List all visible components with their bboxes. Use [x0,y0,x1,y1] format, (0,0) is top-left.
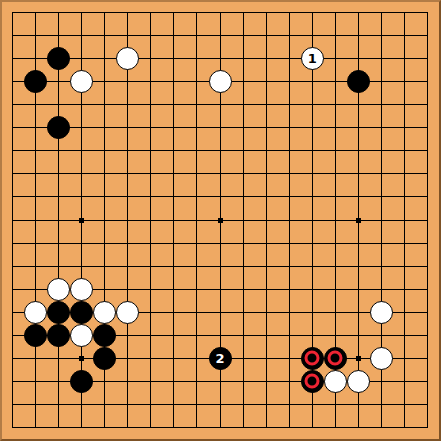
grid-line-vertical [427,12,428,428]
circle-mark [305,374,320,389]
grid-line-horizontal [12,243,428,244]
grid-line-vertical [404,12,405,428]
white-stone [324,370,347,393]
grid-line-horizontal [12,427,428,428]
black-stone [70,370,93,393]
black-stone [47,324,70,347]
star-point [218,218,223,223]
white-stone [70,324,93,347]
white-stone [116,47,139,70]
black-stone [301,370,324,393]
black-stone [24,70,47,93]
white-stone [93,301,116,324]
move-number: 1 [308,52,317,65]
white-stone [370,347,393,370]
star-point [79,356,84,361]
grid-line-vertical [243,12,244,428]
black-stone [324,347,347,370]
white-stone [70,70,93,93]
white-stone: 1 [301,47,324,70]
grid-line-vertical [289,12,290,428]
black-stone [47,116,70,139]
black-stone [347,70,370,93]
white-stone [209,70,232,93]
star-point [356,356,361,361]
black-stone [93,347,116,370]
white-stone [116,301,139,324]
black-stone [47,301,70,324]
go-board: 12 [0,0,441,441]
star-point [356,218,361,223]
black-stone [70,301,93,324]
black-stone: 2 [209,347,232,370]
white-stone [70,278,93,301]
move-number: 2 [216,352,225,365]
grid-line-horizontal [12,266,428,267]
circle-mark [305,351,320,366]
white-stone [24,301,47,324]
black-stone [93,324,116,347]
grid-line-horizontal [12,404,428,405]
white-stone [347,370,370,393]
grid-line-vertical [266,12,267,428]
black-stone [301,347,324,370]
star-point [79,218,84,223]
black-stone [24,324,47,347]
white-stone [370,301,393,324]
black-stone [47,47,70,70]
circle-mark [328,351,343,366]
white-stone [47,278,70,301]
